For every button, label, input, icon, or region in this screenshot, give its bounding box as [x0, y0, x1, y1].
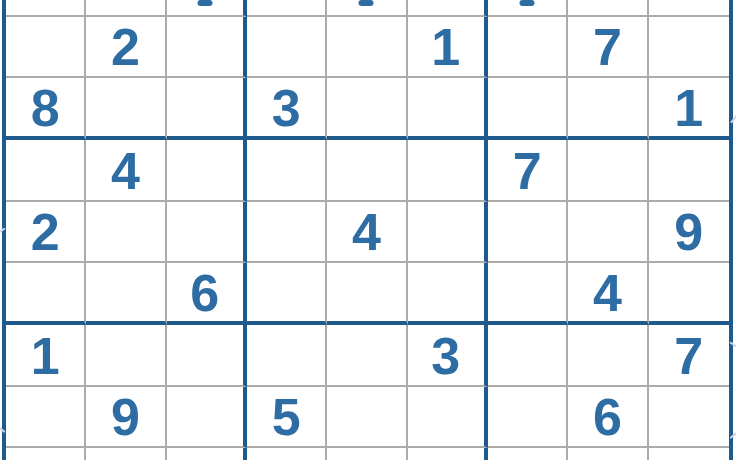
cell-r3c5[interactable]: [327, 78, 407, 140]
cell-r6c8[interactable]: 4: [568, 263, 648, 325]
cell-r5c1[interactable]: 2: [6, 202, 86, 264]
cell-r4c4[interactable]: [247, 140, 327, 202]
cell-r8c9[interactable]: [649, 387, 729, 449]
given-digit: 8: [31, 82, 60, 134]
cell-r9c2[interactable]: [86, 448, 166, 460]
cell-r1c5[interactable]: [327, 0, 407, 17]
cell-r3c6[interactable]: [408, 78, 488, 140]
cropped-digit-bottom: [359, 0, 374, 6]
cell-r5c2[interactable]: [86, 202, 166, 264]
cell-r9c8[interactable]: [568, 448, 648, 460]
cell-r1c9[interactable]: [649, 0, 729, 17]
given-digit: 2: [111, 21, 140, 73]
cell-r7c5[interactable]: [327, 325, 407, 387]
cell-r2c4[interactable]: [247, 17, 327, 79]
given-digit: 6: [593, 391, 622, 443]
given-digit: 1: [31, 330, 60, 382]
cropped-digit-bottom: [197, 0, 212, 6]
cell-r6c4[interactable]: [247, 263, 327, 325]
cell-r4c6[interactable]: [408, 140, 488, 202]
cell-r5c4[interactable]: [247, 202, 327, 264]
cell-r8c7[interactable]: [488, 387, 568, 449]
cell-r8c2[interactable]: 9: [86, 387, 166, 449]
cell-r3c3[interactable]: [167, 78, 247, 140]
cell-r9c7[interactable]: [488, 448, 568, 460]
sudoku-board: 2178314724964137956: [2, 0, 733, 460]
cell-r4c5[interactable]: [327, 140, 407, 202]
cell-r6c7[interactable]: [488, 263, 568, 325]
cell-r9c6[interactable]: [408, 448, 488, 460]
cell-r3c8[interactable]: [568, 78, 648, 140]
cell-r2c2[interactable]: 2: [86, 17, 166, 79]
given-digit: 4: [352, 206, 381, 258]
cell-r5c7[interactable]: [488, 202, 568, 264]
cell-r4c7[interactable]: 7: [488, 140, 568, 202]
given-digit: 3: [431, 330, 460, 382]
cell-r8c5[interactable]: [327, 387, 407, 449]
cropped-digit-bottom: [520, 0, 535, 6]
given-digit: 5: [272, 391, 301, 443]
cell-r5c5[interactable]: 4: [327, 202, 407, 264]
cell-r7c8[interactable]: [568, 325, 648, 387]
cell-r2c3[interactable]: [167, 17, 247, 79]
cell-r7c3[interactable]: [167, 325, 247, 387]
cell-r8c4[interactable]: 5: [247, 387, 327, 449]
cell-r1c7[interactable]: [488, 0, 568, 17]
given-digit: 3: [272, 82, 301, 134]
cell-r8c1[interactable]: [6, 387, 86, 449]
cell-r4c1[interactable]: [6, 140, 86, 202]
cell-r6c2[interactable]: [86, 263, 166, 325]
given-digit: 4: [593, 267, 622, 319]
cell-r7c6[interactable]: 3: [408, 325, 488, 387]
cell-r2c8[interactable]: 7: [568, 17, 648, 79]
cell-r3c2[interactable]: [86, 78, 166, 140]
cell-r3c4[interactable]: 3: [247, 78, 327, 140]
given-digit: 2: [31, 206, 60, 258]
cell-r6c5[interactable]: [327, 263, 407, 325]
given-digit: 7: [674, 330, 703, 382]
cell-r9c9[interactable]: [649, 448, 729, 460]
cell-r3c1[interactable]: 8: [6, 78, 86, 140]
cell-r4c8[interactable]: [568, 140, 648, 202]
cell-r7c4[interactable]: [247, 325, 327, 387]
cell-r9c1[interactable]: [6, 448, 86, 460]
cell-r2c5[interactable]: [327, 17, 407, 79]
cell-r1c4[interactable]: [247, 0, 327, 17]
cell-r4c2[interactable]: 4: [86, 140, 166, 202]
cell-r6c3[interactable]: 6: [167, 263, 247, 325]
given-digit: 9: [111, 391, 140, 443]
cell-r9c3[interactable]: [167, 448, 247, 460]
cell-r2c7[interactable]: [488, 17, 568, 79]
sudoku-screenshot-root: 2178314724964137956: [0, 0, 736, 460]
given-digit: 7: [593, 21, 622, 73]
cell-r4c3[interactable]: [167, 140, 247, 202]
cell-r1c1[interactable]: [6, 0, 86, 17]
cell-r6c1[interactable]: [6, 263, 86, 325]
cell-r3c7[interactable]: [488, 78, 568, 140]
given-digit: 4: [111, 145, 140, 197]
given-digit: 6: [190, 267, 219, 319]
cell-r8c8[interactable]: 6: [568, 387, 648, 449]
cell-r4c9[interactable]: [649, 140, 729, 202]
cell-r8c3[interactable]: [167, 387, 247, 449]
cell-r1c8[interactable]: [568, 0, 648, 17]
cell-r2c9[interactable]: [649, 17, 729, 79]
cell-r1c2[interactable]: [86, 0, 166, 17]
cell-r3c9[interactable]: 1: [649, 78, 729, 140]
cell-r5c6[interactable]: [408, 202, 488, 264]
given-digit: 1: [674, 82, 703, 134]
cell-r1c3[interactable]: [167, 0, 247, 17]
cell-r7c1[interactable]: 1: [6, 325, 86, 387]
given-digit: 1: [431, 21, 460, 73]
cell-r8c6[interactable]: [408, 387, 488, 449]
cell-r5c8[interactable]: [568, 202, 648, 264]
given-digit: 9: [674, 206, 703, 258]
cell-r9c5[interactable]: [327, 448, 407, 460]
cell-r6c9[interactable]: [649, 263, 729, 325]
cell-r7c7[interactable]: [488, 325, 568, 387]
cell-r7c9[interactable]: 7: [649, 325, 729, 387]
cell-r7c2[interactable]: [86, 325, 166, 387]
cell-r2c6[interactable]: 1: [408, 17, 488, 79]
cell-r9c4[interactable]: [247, 448, 327, 460]
cell-r5c9[interactable]: 9: [649, 202, 729, 264]
cell-r5c3[interactable]: [167, 202, 247, 264]
cell-r2c1[interactable]: [6, 17, 86, 79]
cell-r6c6[interactable]: [408, 263, 488, 325]
given-digit: 7: [513, 145, 542, 197]
cell-r1c6[interactable]: [408, 0, 488, 17]
